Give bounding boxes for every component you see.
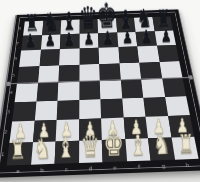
square-c5 bbox=[58, 64, 79, 82]
square-e1: ♚ bbox=[102, 139, 127, 163]
square-e4 bbox=[100, 80, 122, 99]
file-label: c bbox=[54, 165, 78, 173]
square-g6 bbox=[137, 46, 159, 63]
square-f1: ♝ bbox=[125, 138, 151, 162]
piece-white-bishop: ♝ bbox=[57, 134, 75, 163]
square-h4 bbox=[162, 78, 186, 97]
piece-black-pawn: ♟ bbox=[102, 29, 113, 47]
board-grid: ♜♞♝♛♚♝♞♜♟♟♟♟♟♟♟♟♟♟♟♟♟♟♟♟♜♞♝♛♚♝♞♜ bbox=[7, 16, 199, 165]
square-c7: ♟ bbox=[60, 34, 79, 50]
file-label: e bbox=[103, 164, 128, 172]
square-c1: ♝ bbox=[55, 140, 79, 164]
piece-white-queen: ♛ bbox=[80, 131, 100, 162]
square-a7: ♟ bbox=[21, 35, 42, 51]
square-h1: ♜ bbox=[171, 136, 199, 159]
file-label: g bbox=[151, 162, 176, 170]
square-e6 bbox=[99, 47, 120, 64]
square-d1: ♛ bbox=[79, 139, 103, 163]
file-label: a bbox=[5, 167, 30, 175]
piece-black-pawn: ♟ bbox=[141, 28, 152, 46]
piece-black-pawn: ♟ bbox=[160, 27, 171, 45]
square-e5 bbox=[99, 63, 120, 81]
square-c6 bbox=[59, 48, 79, 65]
square-b3 bbox=[34, 100, 57, 120]
square-g7: ♟ bbox=[136, 31, 157, 47]
piece-black-pawn: ♟ bbox=[25, 32, 36, 50]
square-h6 bbox=[157, 45, 179, 61]
piece-white-bishop: ♝ bbox=[129, 132, 147, 161]
hinge-notch-right bbox=[189, 75, 193, 79]
square-e3 bbox=[100, 98, 123, 118]
piece-black-pawn: ♟ bbox=[64, 31, 75, 49]
square-a3 bbox=[12, 101, 36, 121]
square-d4 bbox=[79, 81, 100, 100]
square-a4 bbox=[15, 83, 38, 102]
file-label: f bbox=[127, 163, 152, 171]
square-h7: ♟ bbox=[154, 30, 176, 45]
piece-white-knight: ♞ bbox=[33, 135, 51, 164]
square-b7: ♟ bbox=[41, 34, 61, 50]
square-d5 bbox=[79, 64, 100, 82]
square-d3 bbox=[79, 99, 101, 119]
square-d6 bbox=[79, 48, 99, 65]
piece-white-rook: ♜ bbox=[9, 137, 27, 164]
square-b1: ♞ bbox=[31, 141, 56, 165]
piece-white-king: ♚ bbox=[103, 127, 125, 161]
square-g4 bbox=[141, 79, 165, 98]
file-label: d bbox=[79, 165, 103, 173]
square-g5 bbox=[139, 62, 162, 80]
square-a6 bbox=[19, 50, 40, 67]
piece-black-pawn: ♟ bbox=[122, 29, 133, 47]
file-label: b bbox=[30, 166, 55, 174]
square-f4 bbox=[120, 79, 143, 98]
square-b5 bbox=[38, 65, 59, 83]
square-c3 bbox=[57, 100, 79, 120]
square-f6 bbox=[118, 46, 139, 63]
square-f5 bbox=[119, 62, 141, 80]
square-d7: ♟ bbox=[79, 33, 98, 49]
square-a1: ♜ bbox=[7, 142, 33, 166]
piece-black-pawn: ♟ bbox=[44, 31, 55, 49]
square-a5 bbox=[17, 66, 39, 84]
square-h5 bbox=[159, 61, 182, 79]
piece-white-knight: ♞ bbox=[153, 131, 171, 160]
piece-white-rook: ♜ bbox=[177, 131, 195, 158]
square-b6 bbox=[39, 49, 60, 66]
photo-background: ♜♞♝♛♚♝♞♜♟♟♟♟♟♟♟♟♟♟♟♟♟♟♟♟♜♞♝♛♚♝♞♜ abcdefg… bbox=[0, 0, 200, 182]
square-f3 bbox=[122, 97, 146, 117]
square-b4 bbox=[36, 82, 58, 101]
chess-board: ♜♞♝♛♚♝♞♜♟♟♟♟♟♟♟♟♟♟♟♟♟♟♟♟♜♞♝♛♚♝♞♜ abcdefg… bbox=[0, 9, 200, 178]
piece-black-pawn: ♟ bbox=[83, 30, 94, 48]
square-e7: ♟ bbox=[98, 32, 118, 48]
square-c4 bbox=[58, 81, 80, 100]
file-label: h bbox=[175, 161, 200, 169]
square-f7: ♟ bbox=[117, 32, 137, 48]
